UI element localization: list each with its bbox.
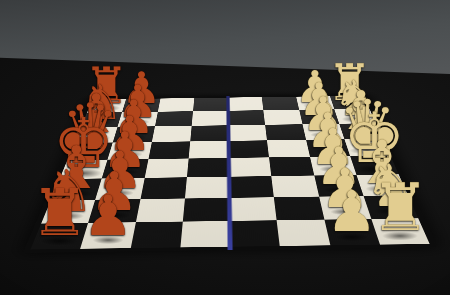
piece-shadow	[73, 150, 108, 159]
piece-shadow	[100, 211, 129, 218]
piece-shadow	[93, 236, 124, 244]
piece-shadow	[366, 185, 399, 193]
piece-cream-pawn: ♟	[299, 77, 339, 122]
piece-red-rook: ♜	[84, 62, 129, 112]
piece-shadow	[116, 151, 142, 158]
piece-shadow	[121, 134, 146, 140]
piece-cream-pawn: ♟	[315, 141, 361, 193]
piece-red-rook: ♜	[30, 181, 88, 246]
piece-shadow	[355, 164, 393, 174]
piece-cream-pawn: ♟	[327, 184, 378, 240]
piece-cream-pawn: ♟	[321, 162, 369, 216]
piece-cream-pawn: ♟	[302, 91, 344, 138]
piece-shadow	[342, 115, 369, 122]
piece-red-queen: ♛	[62, 96, 118, 159]
piece-red-pawn: ♟	[118, 80, 158, 125]
piece-red-pawn: ♟	[97, 145, 143, 196]
piece-shadow	[350, 146, 385, 155]
piece-red-king: ♚	[53, 109, 115, 178]
piece-cream-bishop: ♝	[337, 84, 385, 137]
piece-red-knight: ♞	[42, 162, 94, 220]
piece-cream-knight: ♞	[365, 157, 417, 216]
piece-cream-pawn: ♟	[295, 65, 334, 109]
piece-shadow	[52, 212, 84, 220]
piece-cream-pawn: ♟	[311, 123, 356, 173]
piece-shadow	[336, 101, 364, 108]
piece-red-pawn: ♟	[108, 110, 151, 158]
piece-red-bishop: ♝	[50, 138, 103, 197]
piece-shadow	[375, 207, 407, 215]
piece-shadow	[60, 189, 93, 197]
piece-cream-pawn: ♟	[306, 106, 349, 154]
piece-shadow	[307, 116, 332, 122]
piece-shadow	[125, 119, 150, 125]
piece-shadow	[129, 105, 153, 111]
piece-shadow	[81, 134, 110, 141]
piece-shadow	[346, 130, 375, 137]
piece-shadow	[324, 186, 352, 193]
piece-shadow	[310, 131, 336, 138]
piece-shadow	[336, 233, 367, 241]
piece-cream-queen: ♛	[339, 92, 396, 155]
piece-shadow	[111, 169, 138, 176]
piece-shadow	[303, 102, 327, 108]
piece-red-pawn: ♟	[113, 94, 154, 140]
piece-red-pawn: ♟	[122, 67, 161, 111]
piece-shadow	[106, 189, 134, 196]
piece-shadow	[93, 105, 120, 112]
pieces-layer: ♜♟♟♜♞♟♟♞♝♟♟♝♛♟♟♛♚♟♟♚♝♟♟♝♞♟♟♞♜♟♟♜	[0, 0, 450, 295]
piece-red-pawn: ♟	[83, 188, 133, 244]
piece-shadow	[65, 168, 103, 178]
piece-red-pawn: ♟	[103, 126, 147, 175]
piece-cream-rook: ♜	[327, 58, 372, 108]
piece-shadow	[330, 208, 360, 216]
piece-red-knight: ♞	[80, 78, 123, 126]
piece-cream-king: ♚	[343, 104, 405, 173]
piece-red-bishop: ♝	[72, 88, 120, 141]
piece-shadow	[88, 119, 115, 126]
piece-shadow	[382, 232, 418, 241]
piece-shadow	[42, 236, 78, 245]
piece-shadow	[319, 166, 346, 173]
photo-stage: ♜♟♟♜♞♟♟♞♝♟♟♝♛♟♟♛♚♟♟♚♝♟♟♝♞♟♟♞♜♟♟♜	[0, 0, 450, 295]
piece-cream-knight: ♞	[333, 74, 376, 123]
piece-shadow	[315, 148, 341, 155]
piece-red-pawn: ♟	[90, 165, 138, 218]
piece-cream-rook: ♜	[371, 175, 430, 240]
piece-cream-bishop: ♝	[355, 133, 409, 193]
